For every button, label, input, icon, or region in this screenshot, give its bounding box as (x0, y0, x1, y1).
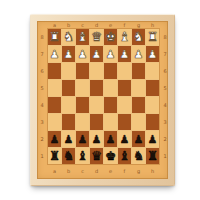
coordinate-label: e (104, 22, 117, 28)
square-e1[interactable]: ♚ (104, 148, 117, 164)
black-pawn: ♟ (78, 133, 88, 144)
white-king: ♚ (105, 30, 116, 43)
coordinate-label: 5 (162, 80, 168, 96)
square-e8[interactable]: ♚ (104, 29, 117, 45)
white-pawn: ♟ (134, 48, 144, 59)
square-c3[interactable] (76, 114, 89, 130)
file-labels-top: abcdefgh (48, 22, 159, 28)
coordinate-label: 6 (162, 63, 168, 79)
square-g3[interactable] (132, 114, 145, 130)
white-pawn: ♟ (120, 48, 130, 59)
coordinate-label: f (118, 22, 131, 28)
square-b2[interactable]: ♟ (62, 131, 75, 147)
coordinate-label: 3 (162, 114, 168, 130)
square-c8[interactable]: ♝ (76, 29, 89, 45)
square-c7[interactable]: ♟ (76, 46, 89, 62)
square-b8[interactable]: ♞ (62, 29, 75, 45)
board-grid: ♜♞♝♛♚♝♞♜♟♟♟♟♟♟♟♟♟♟♟♟♟♟♟♟♜♞♝♛♚♝♞♜ (48, 29, 159, 164)
square-f8[interactable]: ♝ (118, 29, 131, 45)
board-margin: abcdefgh abcdefgh 87654321 87654321 ♜♞♝♛… (37, 21, 168, 179)
square-e2[interactable]: ♟ (104, 131, 117, 147)
coordinate-label: 5 (39, 80, 45, 96)
square-e5[interactable] (104, 80, 117, 96)
square-f3[interactable] (118, 114, 131, 130)
white-pawn: ♟ (64, 48, 74, 59)
square-h8[interactable]: ♜ (146, 29, 159, 45)
black-pawn: ♟ (120, 133, 130, 144)
coordinate-label: g (132, 22, 145, 28)
coordinate-label: d (90, 168, 103, 174)
coordinate-label: 4 (162, 97, 168, 113)
black-pawn: ♟ (134, 133, 144, 144)
square-b5[interactable] (62, 80, 75, 96)
coordinate-label: c (76, 22, 89, 28)
black-pawn: ♟ (106, 133, 116, 144)
coordinate-label: 8 (162, 29, 168, 45)
square-a6[interactable] (48, 63, 61, 79)
square-f2[interactable]: ♟ (118, 131, 131, 147)
square-g8[interactable]: ♞ (132, 29, 145, 45)
black-knight: ♞ (133, 149, 144, 162)
black-queen: ♛ (91, 149, 102, 162)
square-f1[interactable]: ♝ (118, 148, 131, 164)
square-g6[interactable] (132, 63, 145, 79)
coordinate-label: 3 (39, 114, 45, 130)
white-pawn: ♟ (106, 48, 116, 59)
square-d7[interactable]: ♟ (90, 46, 103, 62)
square-e6[interactable] (104, 63, 117, 79)
square-f5[interactable] (118, 80, 131, 96)
coordinate-label: e (104, 168, 117, 174)
chessboard-frame: abcdefgh abcdefgh 87654321 87654321 ♜♞♝♛… (30, 14, 175, 186)
square-e3[interactable] (104, 114, 117, 130)
square-h1[interactable]: ♜ (146, 148, 159, 164)
square-d8[interactable]: ♛ (90, 29, 103, 45)
black-pawn: ♟ (92, 133, 102, 144)
square-e4[interactable] (104, 97, 117, 113)
square-d3[interactable] (90, 114, 103, 130)
square-g2[interactable]: ♟ (132, 131, 145, 147)
square-g5[interactable] (132, 80, 145, 96)
black-knight: ♞ (63, 149, 74, 162)
square-a1[interactable]: ♜ (48, 148, 61, 164)
white-pawn: ♟ (78, 48, 88, 59)
square-a8[interactable]: ♜ (48, 29, 61, 45)
square-a5[interactable] (48, 80, 61, 96)
white-rook: ♜ (147, 30, 158, 43)
square-c6[interactable] (76, 63, 89, 79)
coordinate-label: 1 (162, 148, 168, 164)
square-h7[interactable]: ♟ (146, 46, 159, 62)
white-knight: ♞ (133, 30, 144, 43)
coordinate-label: f (118, 168, 131, 174)
black-pawn: ♟ (148, 133, 158, 144)
square-d6[interactable] (90, 63, 103, 79)
black-rook: ♜ (49, 149, 60, 162)
product-photo-background: abcdefgh abcdefgh 87654321 87654321 ♜♞♝♛… (0, 0, 200, 200)
square-f6[interactable] (118, 63, 131, 79)
square-a2[interactable]: ♟ (48, 131, 61, 147)
coordinate-label: 7 (162, 46, 168, 62)
white-knight: ♞ (63, 30, 74, 43)
square-h5[interactable] (146, 80, 159, 96)
rank-labels-left: 87654321 (39, 29, 45, 164)
coordinate-label: h (146, 168, 159, 174)
square-h4[interactable] (146, 97, 159, 113)
white-pawn: ♟ (148, 48, 158, 59)
square-d1[interactable]: ♛ (90, 148, 103, 164)
white-bishop: ♝ (77, 30, 88, 43)
square-d2[interactable]: ♟ (90, 131, 103, 147)
coordinate-label: 4 (39, 97, 45, 113)
square-h6[interactable] (146, 63, 159, 79)
black-king: ♚ (105, 149, 116, 162)
square-d5[interactable] (90, 80, 103, 96)
coordinate-label: 2 (162, 131, 168, 147)
black-pawn: ♟ (64, 133, 74, 144)
white-pawn: ♟ (50, 48, 60, 59)
square-a7[interactable]: ♟ (48, 46, 61, 62)
rank-labels-right: 87654321 (162, 29, 168, 164)
square-c5[interactable] (76, 80, 89, 96)
black-bishop: ♝ (119, 149, 130, 162)
white-rook: ♜ (49, 30, 60, 43)
file-labels-bottom: abcdefgh (48, 168, 159, 174)
square-e7[interactable]: ♟ (104, 46, 117, 62)
coordinate-label: a (48, 168, 61, 174)
coordinate-label: b (62, 168, 75, 174)
coordinate-label: h (146, 22, 159, 28)
coordinate-label: 7 (39, 46, 45, 62)
white-queen: ♛ (91, 30, 102, 43)
square-g1[interactable]: ♞ (132, 148, 145, 164)
coordinate-label: b (62, 22, 75, 28)
coordinate-label: c (76, 168, 89, 174)
square-b4[interactable] (62, 97, 75, 113)
coordinate-label: g (132, 168, 145, 174)
square-h3[interactable] (146, 114, 159, 130)
coordinate-label: a (48, 22, 61, 28)
square-c4[interactable] (76, 97, 89, 113)
square-b6[interactable] (62, 63, 75, 79)
square-b1[interactable]: ♞ (62, 148, 75, 164)
coordinate-label: d (90, 22, 103, 28)
square-c1[interactable]: ♝ (76, 148, 89, 164)
square-f4[interactable] (118, 97, 131, 113)
square-b3[interactable] (62, 114, 75, 130)
square-b7[interactable]: ♟ (62, 46, 75, 62)
black-bishop: ♝ (77, 149, 88, 162)
square-a3[interactable] (48, 114, 61, 130)
square-d4[interactable] (90, 97, 103, 113)
square-g7[interactable]: ♟ (132, 46, 145, 62)
white-pawn: ♟ (92, 48, 102, 59)
square-g4[interactable] (132, 97, 145, 113)
square-a4[interactable] (48, 97, 61, 113)
coordinate-label: 6 (39, 63, 45, 79)
black-pawn: ♟ (50, 133, 60, 144)
square-c2[interactable]: ♟ (76, 131, 89, 147)
coordinate-label: 2 (39, 131, 45, 147)
black-rook: ♜ (147, 149, 158, 162)
square-h2[interactable]: ♟ (146, 131, 159, 147)
white-bishop: ♝ (119, 30, 130, 43)
coordinate-label: 1 (39, 148, 45, 164)
coordinate-label: 8 (39, 29, 45, 45)
square-f7[interactable]: ♟ (118, 46, 131, 62)
